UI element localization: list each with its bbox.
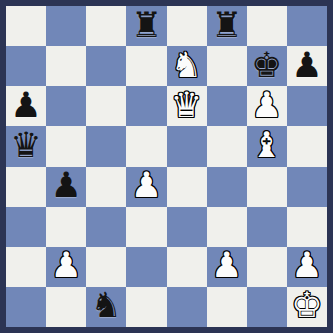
square-a4[interactable] [6,167,46,207]
square-f5[interactable] [207,126,247,166]
square-d1[interactable] [126,287,166,327]
square-c8[interactable] [86,6,126,46]
square-a8[interactable] [6,6,46,46]
white-pawn-h2[interactable]: ♟ [291,248,322,283]
square-f8[interactable]: ♜ [207,6,247,46]
square-e4[interactable] [167,167,207,207]
square-e5[interactable] [167,126,207,166]
square-c5[interactable] [86,126,126,166]
square-g2[interactable] [247,247,287,287]
square-h4[interactable] [287,167,327,207]
square-h2[interactable]: ♟ [287,247,327,287]
square-a5[interactable]: ♛ [6,126,46,166]
square-f7[interactable] [207,46,247,86]
square-f2[interactable]: ♟ [207,247,247,287]
square-h8[interactable] [287,6,327,46]
black-king-g7[interactable]: ♚ [251,48,282,83]
square-f4[interactable] [207,167,247,207]
white-queen-e6[interactable]: ♛ [171,88,202,123]
square-e3[interactable] [167,207,207,247]
square-b1[interactable] [46,287,86,327]
square-a2[interactable] [6,247,46,287]
square-b5[interactable] [46,126,86,166]
square-f6[interactable] [207,86,247,126]
square-e6[interactable]: ♛ [167,86,207,126]
square-c7[interactable] [86,46,126,86]
black-rook-d8[interactable]: ♜ [131,8,162,43]
chess-board: ♜♜♞♚♟♟♛♟♛♝♟♟♟♟♟♞♚ [0,0,333,333]
white-bishop-g5[interactable]: ♝ [251,128,282,163]
white-pawn-f2[interactable]: ♟ [211,248,242,283]
square-g7[interactable]: ♚ [247,46,287,86]
square-h5[interactable] [287,126,327,166]
black-queen-a5[interactable]: ♛ [10,128,41,163]
square-f1[interactable] [207,287,247,327]
black-knight-c1[interactable]: ♞ [91,288,122,323]
square-d5[interactable] [126,126,166,166]
square-g8[interactable] [247,6,287,46]
square-b8[interactable] [46,6,86,46]
square-b7[interactable] [46,46,86,86]
square-b2[interactable]: ♟ [46,247,86,287]
square-g5[interactable]: ♝ [247,126,287,166]
black-pawn-b4[interactable]: ♟ [50,168,81,203]
square-a7[interactable] [6,46,46,86]
square-d2[interactable] [126,247,166,287]
square-h6[interactable] [287,86,327,126]
white-knight-e7[interactable]: ♞ [171,48,202,83]
black-rook-f8[interactable]: ♜ [211,8,242,43]
square-g1[interactable] [247,287,287,327]
square-g4[interactable] [247,167,287,207]
square-c4[interactable] [86,167,126,207]
black-pawn-a6[interactable]: ♟ [10,88,41,123]
white-king-h1[interactable]: ♚ [291,288,322,323]
square-h7[interactable]: ♟ [287,46,327,86]
square-e2[interactable] [167,247,207,287]
black-pawn-h7[interactable]: ♟ [291,48,322,83]
square-f3[interactable] [207,207,247,247]
square-a6[interactable]: ♟ [6,86,46,126]
white-pawn-b2[interactable]: ♟ [50,248,81,283]
square-e7[interactable]: ♞ [167,46,207,86]
square-e1[interactable] [167,287,207,327]
square-d8[interactable]: ♜ [126,6,166,46]
square-e8[interactable] [167,6,207,46]
square-c1[interactable]: ♞ [86,287,126,327]
square-d4[interactable]: ♟ [126,167,166,207]
square-c2[interactable] [86,247,126,287]
square-a3[interactable] [6,207,46,247]
white-pawn-g6[interactable]: ♟ [251,88,282,123]
square-a1[interactable] [6,287,46,327]
square-h1[interactable]: ♚ [287,287,327,327]
square-b6[interactable] [46,86,86,126]
square-c6[interactable] [86,86,126,126]
square-b4[interactable]: ♟ [46,167,86,207]
square-c3[interactable] [86,207,126,247]
square-g6[interactable]: ♟ [247,86,287,126]
square-h3[interactable] [287,207,327,247]
white-pawn-d4[interactable]: ♟ [131,168,162,203]
square-b3[interactable] [46,207,86,247]
square-d6[interactable] [126,86,166,126]
square-d3[interactable] [126,207,166,247]
square-d7[interactable] [126,46,166,86]
square-g3[interactable] [247,207,287,247]
